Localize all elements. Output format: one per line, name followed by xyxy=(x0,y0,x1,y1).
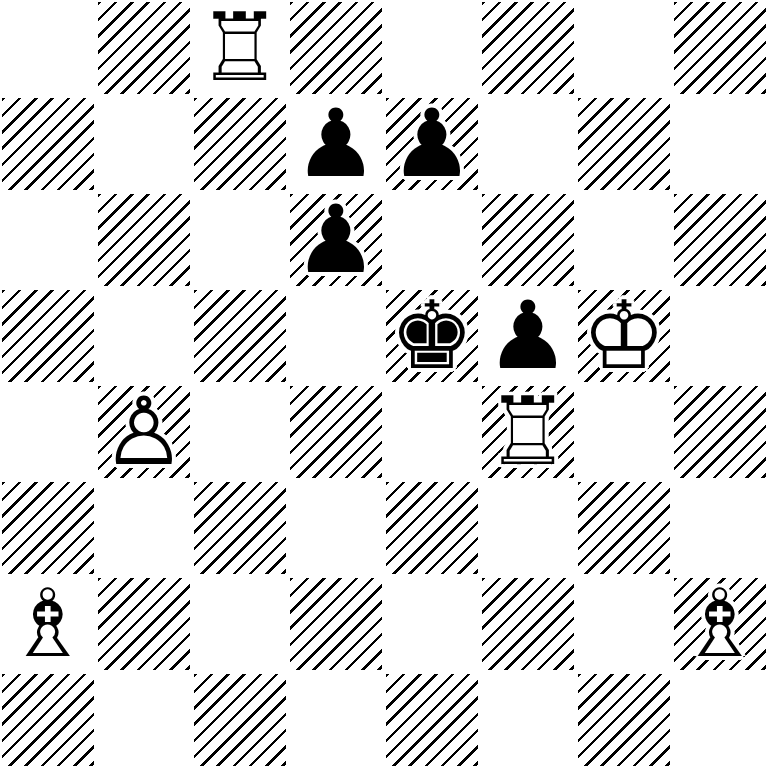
white-rook-fill: ♜ xyxy=(192,0,288,96)
square-f1[interactable] xyxy=(480,672,576,768)
black-king: ♚ xyxy=(384,288,480,384)
square-g5[interactable]: ♚♔ xyxy=(576,288,672,384)
square-g3[interactable] xyxy=(576,480,672,576)
white-pawn: ♙ xyxy=(96,384,192,480)
square-a8[interactable] xyxy=(0,0,96,96)
square-b6[interactable] xyxy=(96,192,192,288)
square-c5[interactable] xyxy=(192,288,288,384)
square-g2[interactable] xyxy=(576,576,672,672)
black-pawn: ♟ xyxy=(480,288,576,384)
square-g4[interactable] xyxy=(576,384,672,480)
square-g1[interactable] xyxy=(576,672,672,768)
black-pawn-fill: ♟ xyxy=(384,96,480,192)
white-bishop: ♗ xyxy=(672,576,768,672)
white-rook: ♖ xyxy=(192,0,288,96)
square-b2[interactable] xyxy=(96,576,192,672)
square-a4[interactable] xyxy=(0,384,96,480)
square-g6[interactable] xyxy=(576,192,672,288)
square-h1[interactable] xyxy=(672,672,768,768)
square-h5[interactable] xyxy=(672,288,768,384)
square-c6[interactable] xyxy=(192,192,288,288)
black-pawn: ♟ xyxy=(288,192,384,288)
square-a5[interactable] xyxy=(0,288,96,384)
square-c4[interactable] xyxy=(192,384,288,480)
square-e7[interactable]: ♟♟ xyxy=(384,96,480,192)
square-a2[interactable]: ♝♗ xyxy=(0,576,96,672)
square-h4[interactable] xyxy=(672,384,768,480)
square-d6[interactable]: ♟♟ xyxy=(288,192,384,288)
square-f8[interactable] xyxy=(480,0,576,96)
black-king-fill: ♚ xyxy=(384,288,480,384)
square-f7[interactable] xyxy=(480,96,576,192)
white-king: ♔ xyxy=(576,288,672,384)
square-b8[interactable] xyxy=(96,0,192,96)
square-e2[interactable] xyxy=(384,576,480,672)
white-rook-fill: ♜ xyxy=(480,384,576,480)
square-d4[interactable] xyxy=(288,384,384,480)
square-d1[interactable] xyxy=(288,672,384,768)
square-a6[interactable] xyxy=(0,192,96,288)
white-king-fill: ♚ xyxy=(576,288,672,384)
square-c7[interactable] xyxy=(192,96,288,192)
square-b1[interactable] xyxy=(96,672,192,768)
square-e5[interactable]: ♚♚ xyxy=(384,288,480,384)
square-e3[interactable] xyxy=(384,480,480,576)
black-pawn-fill: ♟ xyxy=(288,192,384,288)
square-f6[interactable] xyxy=(480,192,576,288)
square-h7[interactable] xyxy=(672,96,768,192)
square-h8[interactable] xyxy=(672,0,768,96)
square-f3[interactable] xyxy=(480,480,576,576)
square-a3[interactable] xyxy=(0,480,96,576)
square-h3[interactable] xyxy=(672,480,768,576)
square-e1[interactable] xyxy=(384,672,480,768)
white-bishop: ♗ xyxy=(0,576,96,672)
square-f5[interactable]: ♟♟ xyxy=(480,288,576,384)
white-bishop-fill: ♝ xyxy=(0,576,96,672)
square-e8[interactable] xyxy=(384,0,480,96)
black-pawn: ♟ xyxy=(288,96,384,192)
square-a7[interactable] xyxy=(0,96,96,192)
white-bishop-fill: ♝ xyxy=(672,576,768,672)
black-pawn-fill: ♟ xyxy=(480,288,576,384)
square-d8[interactable] xyxy=(288,0,384,96)
square-h2[interactable]: ♝♗ xyxy=(672,576,768,672)
black-pawn-fill: ♟ xyxy=(288,96,384,192)
square-g8[interactable] xyxy=(576,0,672,96)
square-g7[interactable] xyxy=(576,96,672,192)
square-b3[interactable] xyxy=(96,480,192,576)
square-d2[interactable] xyxy=(288,576,384,672)
square-c8[interactable]: ♜♖ xyxy=(192,0,288,96)
square-a1[interactable] xyxy=(0,672,96,768)
square-e4[interactable] xyxy=(384,384,480,480)
square-b7[interactable] xyxy=(96,96,192,192)
white-rook: ♖ xyxy=(480,384,576,480)
chess-board: ♜♖♟♟♟♟♟♟♚♚♟♟♚♔♟♙♜♖♝♗♝♗ xyxy=(0,0,768,768)
square-c1[interactable] xyxy=(192,672,288,768)
square-h6[interactable] xyxy=(672,192,768,288)
square-c3[interactable] xyxy=(192,480,288,576)
square-d5[interactable] xyxy=(288,288,384,384)
square-c2[interactable] xyxy=(192,576,288,672)
square-f2[interactable] xyxy=(480,576,576,672)
square-b4[interactable]: ♟♙ xyxy=(96,384,192,480)
square-d3[interactable] xyxy=(288,480,384,576)
square-d7[interactable]: ♟♟ xyxy=(288,96,384,192)
square-b5[interactable] xyxy=(96,288,192,384)
black-pawn: ♟ xyxy=(384,96,480,192)
square-f4[interactable]: ♜♖ xyxy=(480,384,576,480)
white-pawn-fill: ♟ xyxy=(96,384,192,480)
square-e6[interactable] xyxy=(384,192,480,288)
